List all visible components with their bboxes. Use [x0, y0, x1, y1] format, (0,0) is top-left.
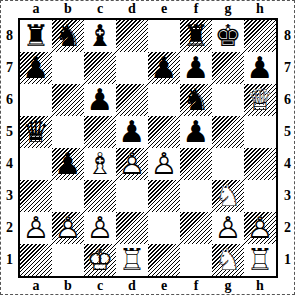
piece-black-pawn: ♟ [84, 84, 116, 116]
square-f6[interactable]: ♞ [180, 84, 212, 116]
piece-black-knight: ♞ [180, 84, 212, 116]
file-label-bottom-5: f [180, 278, 212, 295]
square-e6[interactable] [148, 84, 180, 116]
square-c3[interactable] [84, 180, 116, 212]
white-queen-glyph: ♕ [244, 84, 276, 116]
white-rook-glyph: ♖ [244, 244, 276, 276]
piece-white-queen: ♛♕ [244, 84, 276, 116]
black-knight-glyph: ♞ [180, 84, 212, 116]
file-label-bottom-6: g [212, 278, 244, 295]
piece-black-pawn: ♟ [116, 116, 148, 148]
file-label-top-1: b [52, 1, 84, 18]
square-f4[interactable] [180, 148, 212, 180]
piece-white-pawn: ♟♙ [116, 148, 148, 180]
piece-black-pawn: ♟ [180, 116, 212, 148]
square-c2[interactable]: ♟♙ [84, 212, 116, 244]
file-labels-bottom: abcdefgh [20, 278, 276, 295]
square-d2[interactable] [116, 212, 148, 244]
square-d8[interactable] [116, 20, 148, 52]
piece-white-king: ♚♔ [84, 244, 116, 276]
piece-black-pawn: ♟ [148, 52, 180, 84]
square-e8[interactable] [148, 20, 180, 52]
piece-black-bishop: ♝ [84, 20, 116, 52]
piece-white-bishop: ♝♗ [84, 148, 116, 180]
file-label-bottom-4: e [148, 278, 180, 295]
square-a7[interactable]: ♟ [20, 52, 52, 84]
square-a2[interactable]: ♟♙ [20, 212, 52, 244]
rank-label-left-2: 6 [1, 84, 18, 116]
black-pawn-glyph: ♟ [20, 52, 52, 84]
square-b5[interactable] [52, 116, 84, 148]
piece-white-rook: ♜♖ [116, 244, 148, 276]
square-b4[interactable]: ♟ [52, 148, 84, 180]
square-c1[interactable]: ♚♔ [84, 244, 116, 276]
square-h5[interactable] [244, 116, 276, 148]
square-h6[interactable]: ♛♕ [244, 84, 276, 116]
file-label-top-7: h [244, 1, 276, 18]
file-label-bottom-1: b [52, 278, 84, 295]
square-f7[interactable]: ♟ [180, 52, 212, 84]
rank-label-right-4: 4 [279, 148, 295, 180]
square-c5[interactable] [84, 116, 116, 148]
square-f5[interactable]: ♟ [180, 116, 212, 148]
piece-white-knight: ♞♘ [212, 244, 244, 276]
rank-label-right-3: 5 [279, 116, 295, 148]
square-a4[interactable] [20, 148, 52, 180]
square-b1[interactable] [52, 244, 84, 276]
square-a8[interactable]: ♜ [20, 20, 52, 52]
piece-black-queen: ♛ [20, 116, 52, 148]
rank-label-left-7: 1 [1, 244, 18, 276]
square-h3[interactable] [244, 180, 276, 212]
black-bishop-glyph: ♝ [84, 20, 116, 52]
file-label-bottom-7: h [244, 278, 276, 295]
square-f1[interactable] [180, 244, 212, 276]
file-label-top-2: c [84, 1, 116, 18]
square-h2[interactable]: ♟♙ [244, 212, 276, 244]
file-label-bottom-3: d [116, 278, 148, 295]
square-c8[interactable]: ♝ [84, 20, 116, 52]
black-pawn-glyph: ♟ [148, 52, 180, 84]
square-a6[interactable] [20, 84, 52, 116]
piece-white-pawn: ♟♙ [148, 148, 180, 180]
piece-black-king: ♚ [212, 20, 244, 52]
file-label-top-3: d [116, 1, 148, 18]
piece-white-rook: ♜♖ [244, 244, 276, 276]
square-g5[interactable] [212, 116, 244, 148]
rank-label-left-1: 7 [1, 52, 18, 84]
white-bishop-glyph: ♗ [84, 148, 116, 180]
white-king-glyph: ♔ [84, 244, 116, 276]
white-knight-glyph: ♘ [212, 244, 244, 276]
rank-label-right-1: 7 [279, 52, 295, 84]
black-rook-glyph: ♜ [180, 20, 212, 52]
piece-white-pawn: ♟♙ [84, 212, 116, 244]
black-pawn-glyph: ♟ [52, 148, 84, 180]
piece-white-pawn: ♟♙ [52, 212, 84, 244]
white-pawn-glyph: ♙ [20, 212, 52, 244]
black-king-glyph: ♚ [212, 20, 244, 52]
square-e7[interactable]: ♟ [148, 52, 180, 84]
square-b8[interactable]: ♞ [52, 20, 84, 52]
piece-black-rook: ♜ [20, 20, 52, 52]
square-g2[interactable]: ♟♙ [212, 212, 244, 244]
white-pawn-glyph: ♙ [212, 212, 244, 244]
file-label-bottom-0: a [20, 278, 52, 295]
file-label-bottom-2: c [84, 278, 116, 295]
piece-white-pawn: ♟♙ [244, 212, 276, 244]
piece-black-pawn: ♟ [244, 52, 276, 84]
board-frame: ♜♞♝♜♚♟♟♟♟♟♞♛♕♛♟♟♟♝♗♟♙♟♙♞♘♟♙♟♙♟♙♟♙♟♙♚♔♜♖♞… [18, 18, 278, 278]
square-g8[interactable]: ♚ [212, 20, 244, 52]
square-c6[interactable]: ♟ [84, 84, 116, 116]
piece-black-pawn: ♟ [52, 148, 84, 180]
square-e1[interactable] [148, 244, 180, 276]
piece-white-pawn: ♟♙ [20, 212, 52, 244]
black-pawn-glyph: ♟ [116, 116, 148, 148]
square-h7[interactable]: ♟ [244, 52, 276, 84]
square-g1[interactable]: ♞♘ [212, 244, 244, 276]
square-h8[interactable] [244, 20, 276, 52]
file-labels-top: abcdefgh [20, 1, 276, 18]
square-e4[interactable]: ♟♙ [148, 148, 180, 180]
white-pawn-glyph: ♙ [244, 212, 276, 244]
square-f3[interactable] [180, 180, 212, 212]
square-e5[interactable] [148, 116, 180, 148]
square-h1[interactable]: ♜♖ [244, 244, 276, 276]
square-g3[interactable]: ♞♘ [212, 180, 244, 212]
square-a5[interactable]: ♛ [20, 116, 52, 148]
rank-label-left-5: 3 [1, 180, 18, 212]
black-queen-glyph: ♛ [20, 116, 52, 148]
rank-label-left-0: 8 [1, 20, 18, 52]
square-g6[interactable] [212, 84, 244, 116]
square-g4[interactable] [212, 148, 244, 180]
rank-label-left-6: 2 [1, 212, 18, 244]
square-b7[interactable] [52, 52, 84, 84]
rank-label-left-3: 5 [1, 116, 18, 148]
square-d5[interactable]: ♟ [116, 116, 148, 148]
chess-diagram: abcdefgh 87654321 ♜♞♝♜♚♟♟♟♟♟♞♛♕♛♟♟♟♝♗♟♙♟… [0, 0, 295, 295]
white-rook-glyph: ♖ [116, 244, 148, 276]
black-pawn-glyph: ♟ [180, 52, 212, 84]
square-d1[interactable]: ♜♖ [116, 244, 148, 276]
square-g7[interactable] [212, 52, 244, 84]
rank-label-right-0: 8 [279, 20, 295, 52]
white-pawn-glyph: ♙ [84, 212, 116, 244]
white-pawn-glyph: ♙ [116, 148, 148, 180]
rank-labels-left: 87654321 [1, 20, 18, 276]
square-d6[interactable] [116, 84, 148, 116]
rank-label-left-4: 4 [1, 148, 18, 180]
square-f2[interactable] [180, 212, 212, 244]
white-pawn-glyph: ♙ [148, 148, 180, 180]
piece-black-pawn: ♟ [20, 52, 52, 84]
piece-black-knight: ♞ [52, 20, 84, 52]
square-e3[interactable] [148, 180, 180, 212]
rank-label-right-6: 2 [279, 212, 295, 244]
piece-black-pawn: ♟ [180, 52, 212, 84]
rank-label-right-5: 3 [279, 180, 295, 212]
square-b2[interactable]: ♟♙ [52, 212, 84, 244]
square-d7[interactable] [116, 52, 148, 84]
black-pawn-glyph: ♟ [180, 116, 212, 148]
file-label-top-0: a [20, 1, 52, 18]
square-h4[interactable] [244, 148, 276, 180]
black-knight-glyph: ♞ [52, 20, 84, 52]
piece-white-knight: ♞♘ [212, 180, 244, 212]
square-f8[interactable]: ♜ [180, 20, 212, 52]
file-label-top-6: g [212, 1, 244, 18]
white-knight-glyph: ♘ [212, 180, 244, 212]
rank-label-right-2: 6 [279, 84, 295, 116]
piece-black-rook: ♜ [180, 20, 212, 52]
rank-label-right-7: 1 [279, 244, 295, 276]
black-pawn-glyph: ♟ [244, 52, 276, 84]
square-a1[interactable] [20, 244, 52, 276]
square-e2[interactable] [148, 212, 180, 244]
piece-white-pawn: ♟♙ [212, 212, 244, 244]
chess-board: ♜♞♝♜♚♟♟♟♟♟♞♛♕♛♟♟♟♝♗♟♙♟♙♞♘♟♙♟♙♟♙♟♙♟♙♚♔♜♖♞… [20, 20, 276, 276]
square-b3[interactable] [52, 180, 84, 212]
square-d3[interactable] [116, 180, 148, 212]
square-c4[interactable]: ♝♗ [84, 148, 116, 180]
white-pawn-glyph: ♙ [52, 212, 84, 244]
square-b6[interactable] [52, 84, 84, 116]
black-pawn-glyph: ♟ [84, 84, 116, 116]
file-label-top-5: f [180, 1, 212, 18]
file-label-top-4: e [148, 1, 180, 18]
black-rook-glyph: ♜ [20, 20, 52, 52]
rank-labels-right: 87654321 [279, 20, 295, 276]
square-c7[interactable] [84, 52, 116, 84]
square-a3[interactable] [20, 180, 52, 212]
square-d4[interactable]: ♟♙ [116, 148, 148, 180]
